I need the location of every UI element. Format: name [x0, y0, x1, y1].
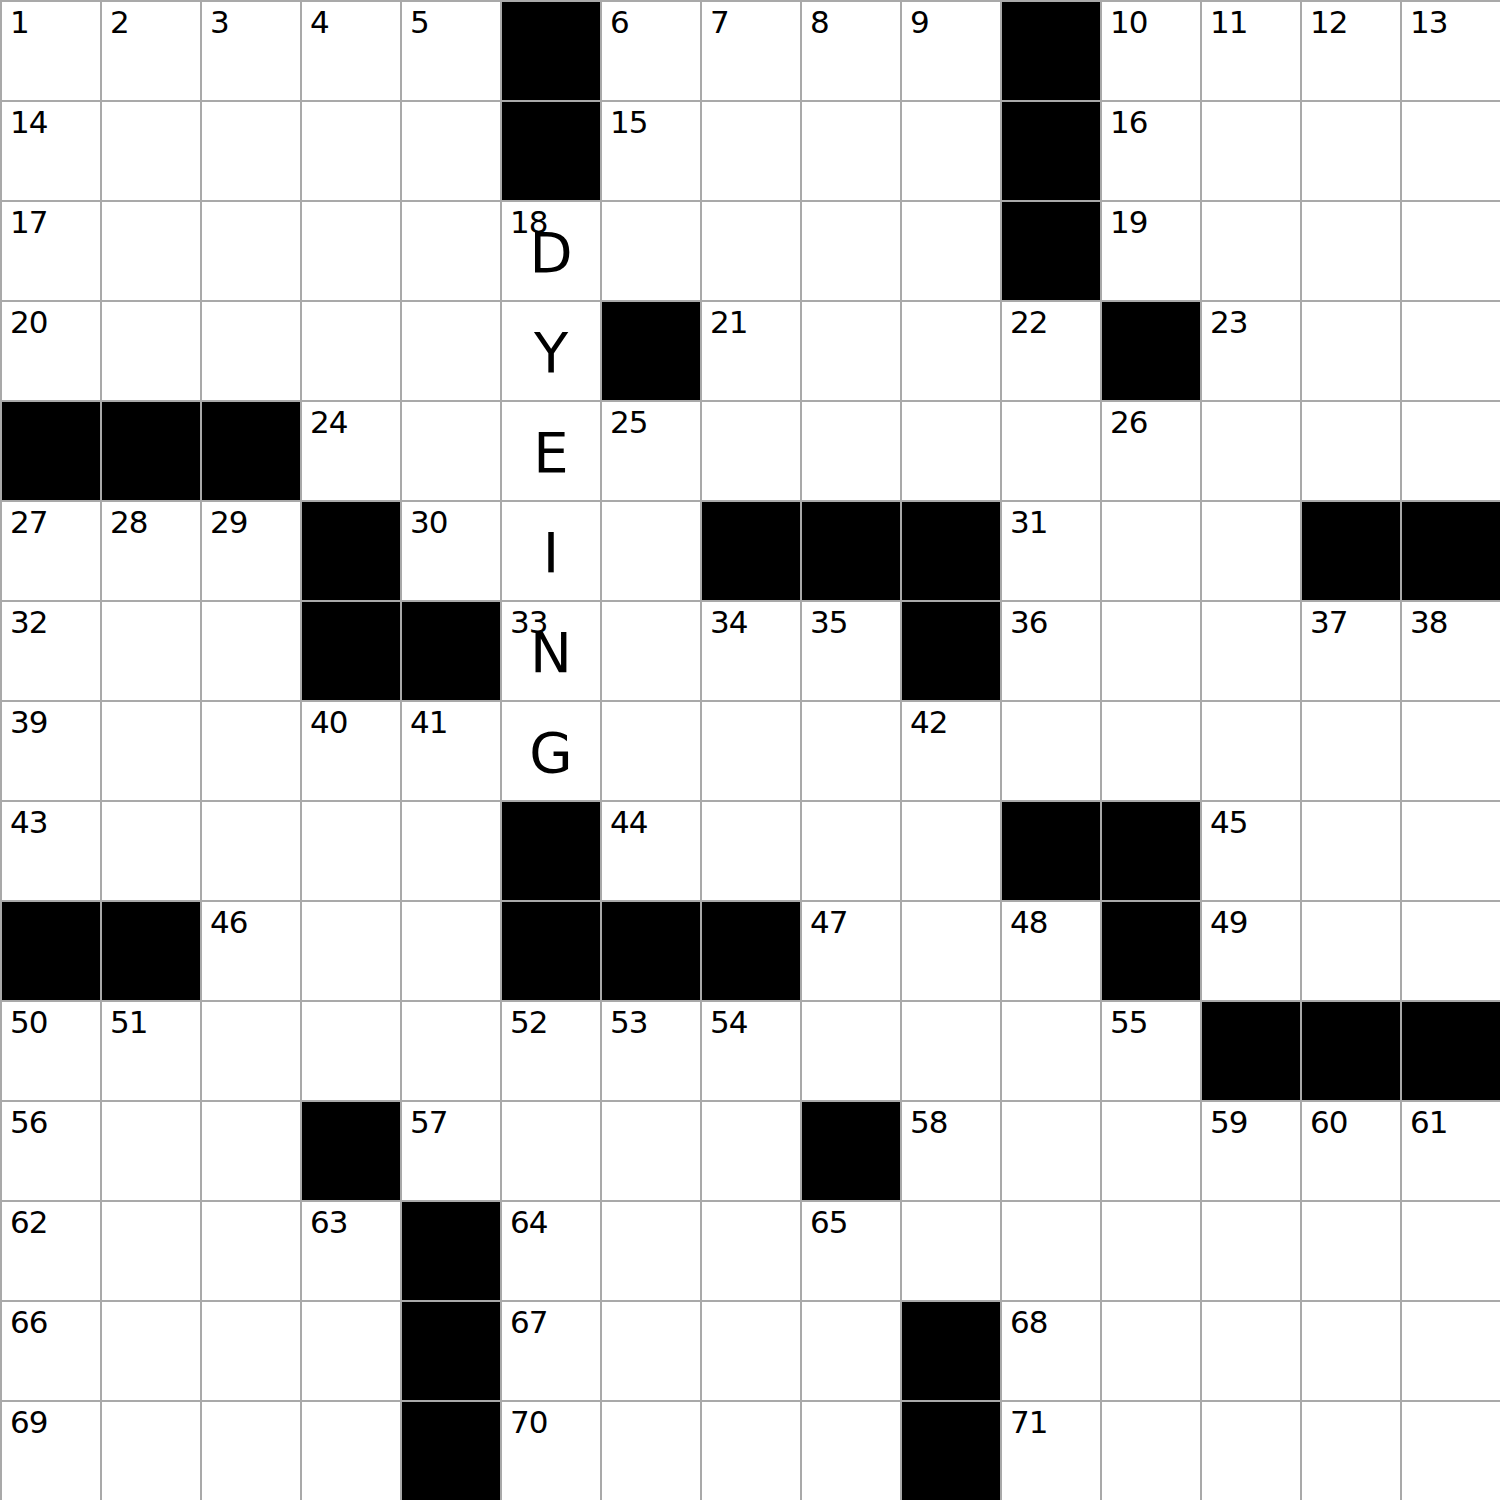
- cell-8-2[interactable]: [200, 800, 300, 900]
- cell-9-8[interactable]: 47: [800, 900, 900, 1000]
- cell-14-12[interactable]: [1200, 1400, 1300, 1500]
- cell-9-14[interactable]: [1400, 900, 1500, 1000]
- cell-1-11[interactable]: 16: [1100, 100, 1200, 200]
- clue-number-60: 60: [1310, 1106, 1347, 1139]
- cell-8-7[interactable]: [700, 800, 800, 900]
- cell-7-5[interactable]: G: [500, 700, 600, 800]
- black-cell-10-13: [1300, 1000, 1400, 1100]
- cell-11-6[interactable]: [600, 1100, 700, 1200]
- cell-9-12[interactable]: 49: [1200, 900, 1300, 1000]
- cell-12-6[interactable]: [600, 1200, 700, 1300]
- cell-13-11[interactable]: [1100, 1300, 1200, 1400]
- cell-12-8[interactable]: 65: [800, 1200, 900, 1300]
- cell-7-4[interactable]: 41: [400, 700, 500, 800]
- clue-number-31: 31: [1010, 506, 1047, 539]
- cell-6-10[interactable]: 36: [1000, 600, 1100, 700]
- cell-7-1[interactable]: [100, 700, 200, 800]
- cell-7-10[interactable]: [1000, 700, 1100, 800]
- black-cell-13-9: [900, 1300, 1000, 1400]
- cell-12-10[interactable]: [1000, 1200, 1100, 1300]
- cell-4-13[interactable]: [1300, 400, 1400, 500]
- cell-8-0[interactable]: 43: [0, 800, 100, 900]
- black-cell-0-5: [500, 0, 600, 100]
- black-cell-11-3: [300, 1100, 400, 1200]
- cell-14-13[interactable]: [1300, 1400, 1400, 1500]
- black-cell-10-12: [1200, 1000, 1300, 1100]
- cell-3-7[interactable]: 21: [700, 300, 800, 400]
- cell-6-12[interactable]: [1200, 600, 1300, 700]
- clue-number-9: 9: [910, 6, 929, 39]
- black-cell-8-5: [500, 800, 600, 900]
- clue-number-5: 5: [410, 6, 429, 39]
- cell-letter-4-5: E: [533, 421, 568, 481]
- cell-6-11[interactable]: [1100, 600, 1200, 700]
- clue-number-26: 26: [1110, 406, 1147, 439]
- clue-number-49: 49: [1210, 906, 1247, 939]
- cell-1-12[interactable]: [1200, 100, 1300, 200]
- cell-3-3[interactable]: [300, 300, 400, 400]
- cell-12-3[interactable]: 63: [300, 1200, 400, 1300]
- cell-14-7[interactable]: [700, 1400, 800, 1500]
- cell-6-6[interactable]: [600, 600, 700, 700]
- clue-number-65: 65: [810, 1206, 847, 1239]
- cell-6-8[interactable]: 35: [800, 600, 900, 700]
- cell-11-11[interactable]: [1100, 1100, 1200, 1200]
- cell-8-6[interactable]: 44: [600, 800, 700, 900]
- cell-3-10[interactable]: 22: [1000, 300, 1100, 400]
- cell-2-9[interactable]: [900, 200, 1000, 300]
- cell-8-13[interactable]: [1300, 800, 1400, 900]
- clue-number-40: 40: [310, 706, 347, 739]
- black-cell-9-11: [1100, 900, 1200, 1000]
- clue-number-70: 70: [510, 1406, 547, 1439]
- clue-number-23: 23: [1210, 306, 1247, 339]
- clue-number-1: 1: [10, 6, 29, 39]
- cell-13-3[interactable]: [300, 1300, 400, 1400]
- clue-number-45: 45: [1210, 806, 1247, 839]
- clue-number-53: 53: [610, 1006, 647, 1039]
- clue-number-37: 37: [1310, 606, 1347, 639]
- black-cell-9-0: [0, 900, 100, 1000]
- cell-1-0[interactable]: 14: [0, 100, 100, 200]
- cell-0-7[interactable]: 7: [700, 0, 800, 100]
- clue-number-32: 32: [10, 606, 47, 639]
- clue-number-67: 67: [510, 1306, 547, 1339]
- cell-6-5[interactable]: 33N: [500, 600, 600, 700]
- cell-13-5[interactable]: 67: [500, 1300, 600, 1400]
- clue-number-21: 21: [710, 306, 747, 339]
- cell-11-14[interactable]: 61: [1400, 1100, 1500, 1200]
- black-cell-14-9: [900, 1400, 1000, 1500]
- clue-number-35: 35: [810, 606, 847, 639]
- cell-12-2[interactable]: [200, 1200, 300, 1300]
- clue-number-16: 16: [1110, 106, 1147, 139]
- cell-4-8[interactable]: [800, 400, 900, 500]
- black-cell-10-14: [1400, 1000, 1500, 1100]
- cell-12-7[interactable]: [700, 1200, 800, 1300]
- cell-10-9[interactable]: [900, 1000, 1000, 1100]
- cell-10-6[interactable]: 53: [600, 1000, 700, 1100]
- cell-14-1[interactable]: [100, 1400, 200, 1500]
- cell-3-8[interactable]: [800, 300, 900, 400]
- black-cell-4-1: [100, 400, 200, 500]
- cell-2-4[interactable]: [400, 200, 500, 300]
- clue-number-36: 36: [1010, 606, 1047, 639]
- black-cell-6-9: [900, 600, 1000, 700]
- cell-10-7[interactable]: 54: [700, 1000, 800, 1100]
- black-cell-5-9: [900, 500, 1000, 600]
- cell-1-1[interactable]: [100, 100, 200, 200]
- cell-0-4[interactable]: 5: [400, 0, 500, 100]
- cell-9-4[interactable]: [400, 900, 500, 1000]
- cell-2-12[interactable]: [1200, 200, 1300, 300]
- cell-2-5[interactable]: 18D: [500, 200, 600, 300]
- cell-0-8[interactable]: 8: [800, 0, 900, 100]
- cell-letter-5-5: I: [543, 521, 560, 581]
- black-cell-4-0: [0, 400, 100, 500]
- cell-3-0[interactable]: 20: [0, 300, 100, 400]
- cell-12-1[interactable]: [100, 1200, 200, 1300]
- cell-1-8[interactable]: [800, 100, 900, 200]
- cell-5-10[interactable]: 31: [1000, 500, 1100, 600]
- clue-number-20: 20: [10, 306, 47, 339]
- cell-10-5[interactable]: 52: [500, 1000, 600, 1100]
- cell-11-5[interactable]: [500, 1100, 600, 1200]
- cell-12-9[interactable]: [900, 1200, 1000, 1300]
- black-cell-11-8: [800, 1100, 900, 1200]
- cell-11-4[interactable]: 57: [400, 1100, 500, 1200]
- black-cell-1-10: [1000, 100, 1100, 200]
- cell-5-2[interactable]: 29: [200, 500, 300, 600]
- cell-9-13[interactable]: [1300, 900, 1400, 1000]
- clue-number-14: 14: [10, 106, 47, 139]
- cell-14-8[interactable]: [800, 1400, 900, 1500]
- cell-4-10[interactable]: [1000, 400, 1100, 500]
- black-cell-8-11: [1100, 800, 1200, 900]
- cell-11-12[interactable]: 59: [1200, 1100, 1300, 1200]
- cell-14-10[interactable]: 71: [1000, 1400, 1100, 1500]
- black-cell-9-7: [700, 900, 800, 1000]
- cell-14-0[interactable]: 69: [0, 1400, 100, 1500]
- black-cell-5-7: [700, 500, 800, 600]
- cell-4-9[interactable]: [900, 400, 1000, 500]
- cell-13-12[interactable]: [1200, 1300, 1300, 1400]
- cell-9-9[interactable]: [900, 900, 1000, 1000]
- clue-number-58: 58: [910, 1106, 947, 1139]
- clue-number-27: 27: [10, 506, 47, 539]
- cell-14-3[interactable]: [300, 1400, 400, 1500]
- cell-3-2[interactable]: [200, 300, 300, 400]
- black-cell-6-3: [300, 600, 400, 700]
- cell-8-3[interactable]: [300, 800, 400, 900]
- black-cell-12-4: [400, 1200, 500, 1300]
- cell-2-13[interactable]: [1300, 200, 1400, 300]
- black-cell-5-14: [1400, 500, 1500, 600]
- cell-3-9[interactable]: [900, 300, 1000, 400]
- cell-6-13[interactable]: 37: [1300, 600, 1400, 700]
- clue-number-56: 56: [10, 1106, 47, 1139]
- clue-number-34: 34: [710, 606, 747, 639]
- cell-0-9[interactable]: 9: [900, 0, 1000, 100]
- cell-9-10[interactable]: 48: [1000, 900, 1100, 1000]
- cell-7-12[interactable]: [1200, 700, 1300, 800]
- cell-2-7[interactable]: [700, 200, 800, 300]
- cell-13-8[interactable]: [800, 1300, 900, 1400]
- cell-5-0[interactable]: 27: [0, 500, 100, 600]
- cell-2-0[interactable]: 17: [0, 200, 100, 300]
- cell-5-1[interactable]: 28: [100, 500, 200, 600]
- cell-1-4[interactable]: [400, 100, 500, 200]
- cell-letter-7-5: G: [529, 721, 572, 781]
- black-cell-13-4: [400, 1300, 500, 1400]
- cell-7-13[interactable]: [1300, 700, 1400, 800]
- cell-12-13[interactable]: [1300, 1200, 1400, 1300]
- cell-11-1[interactable]: [100, 1100, 200, 1200]
- cell-14-6[interactable]: [600, 1400, 700, 1500]
- clue-number-3: 3: [210, 6, 229, 39]
- cell-5-11[interactable]: [1100, 500, 1200, 600]
- cell-1-2[interactable]: [200, 100, 300, 200]
- clue-number-30: 30: [410, 506, 447, 539]
- cell-0-11[interactable]: 10: [1100, 0, 1200, 100]
- cell-1-13[interactable]: [1300, 100, 1400, 200]
- black-cell-14-4: [400, 1400, 500, 1500]
- cell-10-3[interactable]: [300, 1000, 400, 1100]
- cell-12-14[interactable]: [1400, 1200, 1500, 1300]
- cell-6-1[interactable]: [100, 600, 200, 700]
- cell-3-5[interactable]: Y: [500, 300, 600, 400]
- cell-10-2[interactable]: [200, 1000, 300, 1100]
- clue-number-62: 62: [10, 1206, 47, 1239]
- clue-number-28: 28: [110, 506, 147, 539]
- cell-2-1[interactable]: [100, 200, 200, 300]
- cell-0-3[interactable]: 4: [300, 0, 400, 100]
- cell-1-9[interactable]: [900, 100, 1000, 200]
- cell-3-13[interactable]: [1300, 300, 1400, 400]
- cell-7-2[interactable]: [200, 700, 300, 800]
- cell-7-7[interactable]: [700, 700, 800, 800]
- clue-number-48: 48: [1010, 906, 1047, 939]
- cell-2-2[interactable]: [200, 200, 300, 300]
- cell-4-6[interactable]: 25: [600, 400, 700, 500]
- cell-4-4[interactable]: [400, 400, 500, 500]
- cell-14-2[interactable]: [200, 1400, 300, 1500]
- cell-7-3[interactable]: 40: [300, 700, 400, 800]
- black-cell-4-2: [200, 400, 300, 500]
- cell-13-0[interactable]: 66: [0, 1300, 100, 1400]
- cell-5-5[interactable]: I: [500, 500, 600, 600]
- clue-number-69: 69: [10, 1406, 47, 1439]
- cell-3-14[interactable]: [1400, 300, 1500, 400]
- clue-number-6: 6: [610, 6, 629, 39]
- clue-number-4: 4: [310, 6, 329, 39]
- clue-number-13: 13: [1410, 6, 1447, 39]
- clue-number-8: 8: [810, 6, 829, 39]
- cell-10-11[interactable]: 55: [1100, 1000, 1200, 1100]
- clue-number-22: 22: [1010, 306, 1047, 339]
- cell-11-9[interactable]: 58: [900, 1100, 1000, 1200]
- clue-number-25: 25: [610, 406, 647, 439]
- cell-7-14[interactable]: [1400, 700, 1500, 800]
- cell-3-12[interactable]: 23: [1200, 300, 1300, 400]
- clue-number-66: 66: [10, 1306, 47, 1339]
- cell-12-0[interactable]: 62: [0, 1200, 100, 1300]
- cell-5-4[interactable]: 30: [400, 500, 500, 600]
- cell-13-1[interactable]: [100, 1300, 200, 1400]
- cell-0-2[interactable]: 3: [200, 0, 300, 100]
- black-cell-9-6: [600, 900, 700, 1000]
- cell-10-10[interactable]: [1000, 1000, 1100, 1100]
- clue-number-51: 51: [110, 1006, 147, 1039]
- cell-14-14[interactable]: [1400, 1400, 1500, 1500]
- clue-number-61: 61: [1410, 1106, 1447, 1139]
- cell-2-14[interactable]: [1400, 200, 1500, 300]
- clue-number-71: 71: [1010, 1406, 1047, 1439]
- cell-11-10[interactable]: [1000, 1100, 1100, 1200]
- cell-4-3[interactable]: 24: [300, 400, 400, 500]
- clue-number-11: 11: [1210, 6, 1247, 39]
- clue-number-12: 12: [1310, 6, 1347, 39]
- cell-2-8[interactable]: [800, 200, 900, 300]
- clue-number-38: 38: [1410, 606, 1447, 639]
- black-cell-3-11: [1100, 300, 1200, 400]
- black-cell-0-10: [1000, 0, 1100, 100]
- black-cell-2-10: [1000, 200, 1100, 300]
- clue-number-29: 29: [210, 506, 247, 539]
- black-cell-5-13: [1300, 500, 1400, 600]
- black-cell-5-8: [800, 500, 900, 600]
- cell-6-0[interactable]: 32: [0, 600, 100, 700]
- cell-7-6[interactable]: [600, 700, 700, 800]
- clue-number-17: 17: [10, 206, 47, 239]
- cell-1-7[interactable]: [700, 100, 800, 200]
- cell-0-13[interactable]: 12: [1300, 0, 1400, 100]
- cell-8-1[interactable]: [100, 800, 200, 900]
- cell-12-5[interactable]: 64: [500, 1200, 600, 1300]
- cell-letter-3-5: Y: [534, 321, 568, 381]
- clue-number-42: 42: [910, 706, 947, 739]
- cell-8-4[interactable]: [400, 800, 500, 900]
- cell-13-13[interactable]: [1300, 1300, 1400, 1400]
- clue-number-18: 18: [510, 206, 547, 239]
- clue-number-46: 46: [210, 906, 247, 939]
- cell-0-14[interactable]: 13: [1400, 0, 1500, 100]
- clue-number-47: 47: [810, 906, 847, 939]
- cell-11-13[interactable]: 60: [1300, 1100, 1400, 1200]
- cell-13-10[interactable]: 68: [1000, 1300, 1100, 1400]
- clue-number-10: 10: [1110, 6, 1147, 39]
- cell-4-12[interactable]: [1200, 400, 1300, 500]
- black-cell-9-1: [100, 900, 200, 1000]
- cell-1-14[interactable]: [1400, 100, 1500, 200]
- clue-number-19: 19: [1110, 206, 1147, 239]
- cell-13-14[interactable]: [1400, 1300, 1500, 1400]
- cell-10-1[interactable]: 51: [100, 1000, 200, 1100]
- cell-5-12[interactable]: [1200, 500, 1300, 600]
- clue-number-64: 64: [510, 1206, 547, 1239]
- cell-8-9[interactable]: [900, 800, 1000, 900]
- cell-10-4[interactable]: [400, 1000, 500, 1100]
- cell-10-0[interactable]: 50: [0, 1000, 100, 1100]
- cell-10-8[interactable]: [800, 1000, 900, 1100]
- cell-9-3[interactable]: [300, 900, 400, 1000]
- crossword-grid: 123456789101112131415161718D1920Y2122232…: [0, 0, 1500, 1500]
- cell-6-7[interactable]: 34: [700, 600, 800, 700]
- cell-4-14[interactable]: [1400, 400, 1500, 500]
- cell-1-3[interactable]: [300, 100, 400, 200]
- clue-number-43: 43: [10, 806, 47, 839]
- clue-number-55: 55: [1110, 1006, 1147, 1039]
- cell-7-9[interactable]: 42: [900, 700, 1000, 800]
- black-cell-5-3: [300, 500, 400, 600]
- cell-0-0[interactable]: 1: [0, 0, 100, 100]
- cell-9-2[interactable]: 46: [200, 900, 300, 1000]
- clue-number-63: 63: [310, 1206, 347, 1239]
- cell-4-7[interactable]: [700, 400, 800, 500]
- cell-8-12[interactable]: 45: [1200, 800, 1300, 900]
- cell-7-11[interactable]: [1100, 700, 1200, 800]
- cell-11-2[interactable]: [200, 1100, 300, 1200]
- clue-number-52: 52: [510, 1006, 547, 1039]
- cell-8-8[interactable]: [800, 800, 900, 900]
- cell-11-0[interactable]: 56: [0, 1100, 100, 1200]
- cell-12-12[interactable]: [1200, 1200, 1300, 1300]
- black-cell-8-10: [1000, 800, 1100, 900]
- clue-number-33: 33: [510, 606, 547, 639]
- clue-number-68: 68: [1010, 1306, 1047, 1339]
- black-cell-6-4: [400, 600, 500, 700]
- cell-0-12[interactable]: 11: [1200, 0, 1300, 100]
- cell-0-1[interactable]: 2: [100, 0, 200, 100]
- clue-number-41: 41: [410, 706, 447, 739]
- cell-13-7[interactable]: [700, 1300, 800, 1400]
- clue-number-39: 39: [10, 706, 47, 739]
- clue-number-2: 2: [110, 6, 129, 39]
- cell-3-4[interactable]: [400, 300, 500, 400]
- cell-4-5[interactable]: E: [500, 400, 600, 500]
- cell-14-11[interactable]: [1100, 1400, 1200, 1500]
- black-cell-1-5: [500, 100, 600, 200]
- cell-7-8[interactable]: [800, 700, 900, 800]
- cell-11-7[interactable]: [700, 1100, 800, 1200]
- cell-4-11[interactable]: 26: [1100, 400, 1200, 500]
- clue-number-24: 24: [310, 406, 347, 439]
- cell-2-11[interactable]: 19: [1100, 200, 1200, 300]
- clue-number-15: 15: [610, 106, 647, 139]
- cell-2-6[interactable]: [600, 200, 700, 300]
- cell-8-14[interactable]: [1400, 800, 1500, 900]
- cell-7-0[interactable]: 39: [0, 700, 100, 800]
- clue-number-57: 57: [410, 1106, 447, 1139]
- cell-6-14[interactable]: 38: [1400, 600, 1500, 700]
- clue-number-54: 54: [710, 1006, 747, 1039]
- black-cell-9-5: [500, 900, 600, 1000]
- clue-number-44: 44: [610, 806, 647, 839]
- cell-1-6[interactable]: 15: [600, 100, 700, 200]
- cell-13-6[interactable]: [600, 1300, 700, 1400]
- cell-3-1[interactable]: [100, 300, 200, 400]
- clue-number-7: 7: [710, 6, 729, 39]
- cell-12-11[interactable]: [1100, 1200, 1200, 1300]
- black-cell-3-6: [600, 300, 700, 400]
- cell-5-6[interactable]: [600, 500, 700, 600]
- cell-6-2[interactable]: [200, 600, 300, 700]
- cell-2-3[interactable]: [300, 200, 400, 300]
- clue-number-59: 59: [1210, 1106, 1247, 1139]
- cell-0-6[interactable]: 6: [600, 0, 700, 100]
- cell-13-2[interactable]: [200, 1300, 300, 1400]
- cell-14-5[interactable]: 70: [500, 1400, 600, 1500]
